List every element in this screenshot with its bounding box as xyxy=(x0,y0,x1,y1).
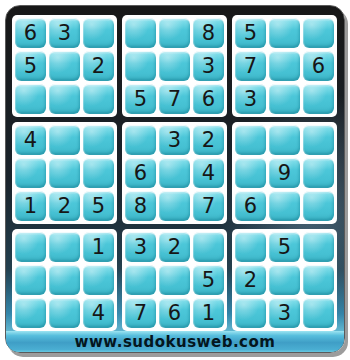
sudoku-box-1: 6352 xyxy=(12,15,117,117)
cell-r4c1[interactable]: 4 xyxy=(15,125,46,155)
cell-r3c5[interactable]: 7 xyxy=(159,84,190,114)
cell-r4c8[interactable] xyxy=(269,125,300,155)
cell-r5c8[interactable]: 9 xyxy=(269,158,300,188)
cell-r6c1[interactable]: 1 xyxy=(15,191,46,221)
cell-r9c8[interactable]: 3 xyxy=(269,298,300,328)
cell-r8c8[interactable] xyxy=(269,265,300,295)
cell-r1c8[interactable] xyxy=(269,18,300,48)
cell-r7c8[interactable]: 5 xyxy=(269,232,300,262)
sudoku-grid: 635283576576341253264879614325761523 xyxy=(12,15,337,331)
cell-r8c6[interactable]: 5 xyxy=(193,265,224,295)
cell-r2c5[interactable] xyxy=(159,51,190,81)
cell-r6c9[interactable] xyxy=(303,191,334,221)
cell-r9c5[interactable]: 6 xyxy=(159,298,190,328)
cell-r2c2[interactable] xyxy=(49,51,80,81)
cell-r2c8[interactable] xyxy=(269,51,300,81)
cell-r1c6[interactable]: 8 xyxy=(193,18,224,48)
cell-r7c9[interactable] xyxy=(303,232,334,262)
sudoku-box-9: 523 xyxy=(232,229,337,331)
cell-r4c5[interactable]: 3 xyxy=(159,125,190,155)
cell-r2c9[interactable]: 6 xyxy=(303,51,334,81)
cell-r9c9[interactable] xyxy=(303,298,334,328)
cell-r8c4[interactable] xyxy=(125,265,156,295)
cell-r3c3[interactable] xyxy=(83,84,114,114)
sudoku-box-3: 5763 xyxy=(232,15,337,117)
cell-r3c8[interactable] xyxy=(269,84,300,114)
cell-r6c5[interactable] xyxy=(159,191,190,221)
cell-r9c1[interactable] xyxy=(15,298,46,328)
cell-r7c2[interactable] xyxy=(49,232,80,262)
cell-r7c6[interactable] xyxy=(193,232,224,262)
cell-r4c4[interactable] xyxy=(125,125,156,155)
sudoku-box-5: 326487 xyxy=(122,122,227,224)
sudoku-page: 635283576576341253264879614325761523 www… xyxy=(0,0,350,360)
cell-r6c4[interactable]: 8 xyxy=(125,191,156,221)
cell-r1c2[interactable]: 3 xyxy=(49,18,80,48)
sudoku-box-8: 325761 xyxy=(122,229,227,331)
cell-r5c3[interactable] xyxy=(83,158,114,188)
sudoku-board: 635283576576341253264879614325761523 www… xyxy=(5,5,345,353)
cell-r7c4[interactable]: 3 xyxy=(125,232,156,262)
cell-r3c9[interactable] xyxy=(303,84,334,114)
cell-r7c5[interactable]: 2 xyxy=(159,232,190,262)
cell-r3c1[interactable] xyxy=(15,84,46,114)
cell-r8c2[interactable] xyxy=(49,265,80,295)
site-url-link[interactable]: www.sudokusweb.com xyxy=(75,333,276,351)
cell-r8c3[interactable] xyxy=(83,265,114,295)
cell-r6c2[interactable]: 2 xyxy=(49,191,80,221)
cell-r8c7[interactable]: 2 xyxy=(235,265,266,295)
cell-r4c6[interactable]: 2 xyxy=(193,125,224,155)
cell-r9c6[interactable]: 1 xyxy=(193,298,224,328)
cell-r5c6[interactable]: 4 xyxy=(193,158,224,188)
cell-r6c3[interactable]: 5 xyxy=(83,191,114,221)
sudoku-box-6: 96 xyxy=(232,122,337,224)
cell-r8c1[interactable] xyxy=(15,265,46,295)
sudoku-box-4: 4125 xyxy=(12,122,117,224)
cell-r1c5[interactable] xyxy=(159,18,190,48)
cell-r6c7[interactable]: 6 xyxy=(235,191,266,221)
cell-r4c2[interactable] xyxy=(49,125,80,155)
cell-r2c7[interactable]: 7 xyxy=(235,51,266,81)
cell-r5c2[interactable] xyxy=(49,158,80,188)
cell-r7c3[interactable]: 1 xyxy=(83,232,114,262)
cell-r9c7[interactable] xyxy=(235,298,266,328)
cell-r5c4[interactable]: 6 xyxy=(125,158,156,188)
cell-r6c8[interactable] xyxy=(269,191,300,221)
cell-r9c3[interactable]: 4 xyxy=(83,298,114,328)
cell-r3c4[interactable]: 5 xyxy=(125,84,156,114)
cell-r9c4[interactable]: 7 xyxy=(125,298,156,328)
cell-r4c7[interactable] xyxy=(235,125,266,155)
cell-r3c2[interactable] xyxy=(49,84,80,114)
cell-r8c5[interactable] xyxy=(159,265,190,295)
cell-r7c7[interactable] xyxy=(235,232,266,262)
cell-r4c3[interactable] xyxy=(83,125,114,155)
cell-r5c1[interactable] xyxy=(15,158,46,188)
footer-bar: www.sudokusweb.com xyxy=(6,331,344,352)
cell-r5c7[interactable] xyxy=(235,158,266,188)
cell-r9c2[interactable] xyxy=(49,298,80,328)
cell-r6c6[interactable]: 7 xyxy=(193,191,224,221)
cell-r4c9[interactable] xyxy=(303,125,334,155)
cell-r5c9[interactable] xyxy=(303,158,334,188)
cell-r7c1[interactable] xyxy=(15,232,46,262)
cell-r8c9[interactable] xyxy=(303,265,334,295)
cell-r2c6[interactable]: 3 xyxy=(193,51,224,81)
cell-r2c3[interactable]: 2 xyxy=(83,51,114,81)
cell-r1c9[interactable] xyxy=(303,18,334,48)
cell-r3c7[interactable]: 3 xyxy=(235,84,266,114)
cell-r1c7[interactable]: 5 xyxy=(235,18,266,48)
sudoku-box-2: 83576 xyxy=(122,15,227,117)
cell-r5c5[interactable] xyxy=(159,158,190,188)
cell-r1c1[interactable]: 6 xyxy=(15,18,46,48)
cell-r2c4[interactable] xyxy=(125,51,156,81)
cell-r2c1[interactable]: 5 xyxy=(15,51,46,81)
cell-r1c3[interactable] xyxy=(83,18,114,48)
cell-r1c4[interactable] xyxy=(125,18,156,48)
sudoku-box-7: 14 xyxy=(12,229,117,331)
cell-r3c6[interactable]: 6 xyxy=(193,84,224,114)
